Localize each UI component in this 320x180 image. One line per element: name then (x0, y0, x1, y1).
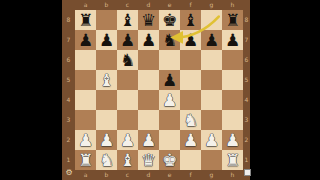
square-b1[interactable]: ♞ (96, 150, 117, 170)
piece-black-rook: ♜ (222, 10, 243, 30)
chess-board: abcdefgh 87654321 ♜♝♛♚♝♜♟♟♟♟♞♟♟♟♞♝♟♟♞♟♟♟… (62, 0, 250, 180)
square-d1[interactable]: ♛ (138, 150, 159, 170)
square-h1[interactable]: ♜ (222, 150, 243, 170)
file-label-g: g (201, 170, 222, 180)
square-f6[interactable] (180, 50, 201, 70)
square-a1[interactable]: ♜ (75, 150, 96, 170)
square-c8[interactable]: ♝ (117, 10, 138, 30)
square-g6[interactable] (201, 50, 222, 70)
piece-white-pawn: ♟ (180, 130, 201, 150)
square-f8[interactable]: ♝ (180, 10, 201, 30)
rank-label-3: 3 (62, 110, 75, 130)
piece-white-pawn: ♟ (222, 130, 243, 150)
piece-white-pawn: ♟ (138, 130, 159, 150)
square-d6[interactable] (138, 50, 159, 70)
square-c2[interactable]: ♟ (117, 130, 138, 150)
file-label-c: c (117, 170, 138, 180)
square-g8[interactable] (201, 10, 222, 30)
square-a2[interactable]: ♟ (75, 130, 96, 150)
square-h3[interactable] (222, 110, 243, 130)
square-b2[interactable]: ♟ (96, 130, 117, 150)
square-e3[interactable] (159, 110, 180, 130)
piece-black-knight: ♞ (159, 30, 180, 50)
gear-icon[interactable]: ⚙ (64, 168, 74, 178)
square-f2[interactable]: ♟ (180, 130, 201, 150)
piece-white-pawn: ♟ (159, 90, 180, 110)
piece-black-pawn: ♟ (180, 30, 201, 50)
square-c6[interactable]: ♞ (117, 50, 138, 70)
file-label-h: h (222, 170, 243, 180)
piece-black-pawn: ♟ (138, 30, 159, 50)
square-g7[interactable]: ♟ (201, 30, 222, 50)
rank-label-1: 1 (243, 150, 250, 170)
piece-white-pawn: ♟ (75, 130, 96, 150)
square-b3[interactable] (96, 110, 117, 130)
square-e1[interactable]: ♚ (159, 150, 180, 170)
piece-white-knight: ♞ (96, 150, 117, 170)
file-label-c: c (117, 0, 138, 10)
square-h7[interactable]: ♟ (222, 30, 243, 50)
board-grid: ♜♝♛♚♝♜♟♟♟♟♞♟♟♟♞♝♟♟♞♟♟♟♟♟♟♟♜♞♝♛♚♜ (75, 10, 243, 170)
video-frame: abcdefgh 87654321 ♜♝♛♚♝♜♟♟♟♟♞♟♟♟♞♝♟♟♞♟♟♟… (0, 0, 320, 180)
rank-label-2: 2 (62, 130, 75, 150)
square-d3[interactable] (138, 110, 159, 130)
piece-white-bishop: ♝ (96, 70, 117, 90)
square-a3[interactable] (75, 110, 96, 130)
square-d5[interactable] (138, 70, 159, 90)
square-a8[interactable]: ♜ (75, 10, 96, 30)
file-label-b: b (96, 170, 117, 180)
file-label-a: a (75, 170, 96, 180)
rank-label-7: 7 (62, 30, 75, 50)
square-b7[interactable]: ♟ (96, 30, 117, 50)
file-label-a: a (75, 0, 96, 10)
square-f3[interactable]: ♞ (180, 110, 201, 130)
piece-black-pawn: ♟ (201, 30, 222, 50)
rank-label-5: 5 (62, 70, 75, 90)
square-g3[interactable] (201, 110, 222, 130)
piece-white-knight: ♞ (180, 110, 201, 130)
square-f4[interactable] (180, 90, 201, 110)
square-a7[interactable]: ♟ (75, 30, 96, 50)
rank-label-4: 4 (62, 90, 75, 110)
square-e8[interactable]: ♚ (159, 10, 180, 30)
square-d4[interactable] (138, 90, 159, 110)
square-b4[interactable] (96, 90, 117, 110)
square-d7[interactable]: ♟ (138, 30, 159, 50)
rank-labels-left: 87654321 (62, 10, 75, 170)
file-label-h: h (222, 0, 243, 10)
square-f1[interactable] (180, 150, 201, 170)
square-g2[interactable]: ♟ (201, 130, 222, 150)
piece-black-pawn: ♟ (96, 30, 117, 50)
square-e4[interactable]: ♟ (159, 90, 180, 110)
rank-label-8: 8 (62, 10, 75, 30)
square-h8[interactable]: ♜ (222, 10, 243, 30)
rank-label-5: 5 (243, 70, 250, 90)
piece-black-pawn: ♟ (75, 30, 96, 50)
piece-black-pawn: ♟ (117, 30, 138, 50)
square-b8[interactable] (96, 10, 117, 30)
square-a5[interactable] (75, 70, 96, 90)
piece-white-rook: ♜ (75, 150, 96, 170)
file-label-f: f (180, 0, 201, 10)
piece-black-king: ♚ (159, 10, 180, 30)
square-e5[interactable]: ♟ (159, 70, 180, 90)
piece-black-queen: ♛ (138, 10, 159, 30)
square-f7[interactable]: ♟ (180, 30, 201, 50)
piece-white-pawn: ♟ (117, 130, 138, 150)
rank-label-3: 3 (243, 110, 250, 130)
rank-labels-right: 87654321 (243, 10, 250, 170)
square-a4[interactable] (75, 90, 96, 110)
rank-label-6: 6 (62, 50, 75, 70)
file-label-f: f (180, 170, 201, 180)
square-f5[interactable] (180, 70, 201, 90)
piece-black-pawn: ♟ (159, 70, 180, 90)
piece-white-bishop: ♝ (117, 150, 138, 170)
rank-label-4: 4 (243, 90, 250, 110)
square-g1[interactable] (201, 150, 222, 170)
piece-white-pawn: ♟ (201, 130, 222, 150)
square-b6[interactable] (96, 50, 117, 70)
rank-label-1: 1 (62, 150, 75, 170)
file-label-e: e (159, 170, 180, 180)
piece-black-pawn: ♟ (222, 30, 243, 50)
piece-white-queen: ♛ (138, 150, 159, 170)
square-c1[interactable]: ♝ (117, 150, 138, 170)
piece-white-pawn: ♟ (96, 130, 117, 150)
square-h5[interactable] (222, 70, 243, 90)
square-c4[interactable] (117, 90, 138, 110)
square-c5[interactable] (117, 70, 138, 90)
square-c7[interactable]: ♟ (117, 30, 138, 50)
piece-white-king: ♚ (159, 150, 180, 170)
piece-black-rook: ♜ (75, 10, 96, 30)
square-d2[interactable]: ♟ (138, 130, 159, 150)
file-label-d: d (138, 170, 159, 180)
file-label-g: g (201, 0, 222, 10)
square-c3[interactable] (117, 110, 138, 130)
square-a6[interactable] (75, 50, 96, 70)
piece-white-rook: ♜ (222, 150, 243, 170)
square-h6[interactable] (222, 50, 243, 70)
piece-black-bishop: ♝ (117, 10, 138, 30)
square-e2[interactable] (159, 130, 180, 150)
rank-label-2: 2 (243, 130, 250, 150)
square-e6[interactable] (159, 50, 180, 70)
square-g4[interactable] (201, 90, 222, 110)
rank-label-6: 6 (243, 50, 250, 70)
rank-label-7: 7 (243, 30, 250, 50)
square-g5[interactable] (201, 70, 222, 90)
rank-label-8: 8 (243, 10, 250, 30)
file-label-b: b (96, 0, 117, 10)
square-e7[interactable]: ♞ (159, 30, 180, 50)
file-label-e: e (159, 0, 180, 10)
piece-black-bishop: ♝ (180, 10, 201, 30)
file-labels-bottom: abcdefgh (75, 170, 243, 180)
square-b5[interactable]: ♝ (96, 70, 117, 90)
square-h4[interactable] (222, 90, 243, 110)
piece-black-knight: ♞ (117, 50, 138, 70)
file-label-d: d (138, 0, 159, 10)
square-d8[interactable]: ♛ (138, 10, 159, 30)
file-labels-top: abcdefgh (75, 0, 243, 10)
square-h2[interactable]: ♟ (222, 130, 243, 150)
white-square-marker-icon (244, 169, 251, 176)
